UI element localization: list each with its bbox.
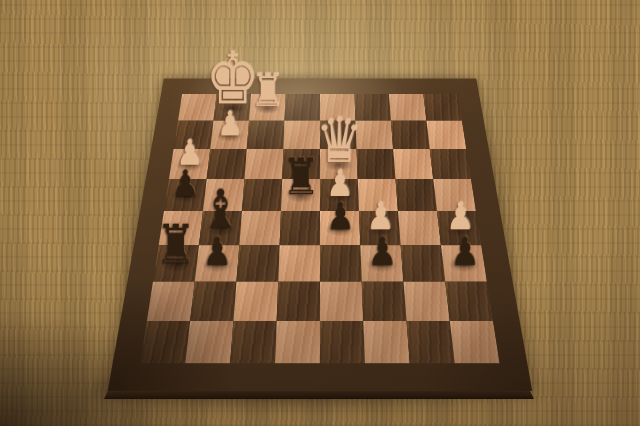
square-e1[interactable] [320,321,365,363]
square-d1[interactable] [275,321,320,363]
square-d7[interactable] [283,121,320,149]
square-h6[interactable] [430,149,471,179]
square-c6[interactable] [244,149,283,179]
square-e2[interactable] [320,282,363,321]
black-pawn[interactable]: ♟ [450,234,480,270]
black-rook[interactable]: ♜ [282,154,320,200]
square-g5[interactable] [396,179,437,211]
square-e3[interactable] [320,245,362,282]
square-b6[interactable] [207,149,247,179]
black-pawn[interactable]: ♟ [171,167,199,201]
square-c3[interactable] [236,245,279,282]
black-rook-cell: ♜ [281,179,320,211]
black-pawn[interactable]: ♟ [367,234,397,270]
square-b2[interactable] [190,282,236,321]
square-g2[interactable] [404,282,450,321]
square-f2[interactable] [362,282,407,321]
square-f1[interactable] [363,321,410,363]
square-a2[interactable] [147,282,195,321]
square-d8[interactable] [285,94,320,121]
square-b1[interactable] [185,321,233,363]
square-c5[interactable] [242,179,282,211]
square-h8[interactable] [423,94,462,121]
square-g3[interactable] [401,245,446,282]
white-pawn[interactable]: ♟ [216,108,242,140]
square-c1[interactable] [230,321,277,363]
scene: ♚♜♟♛♟♟♟♟♜♟♝♟♜♟♟♟ [0,0,640,426]
square-g4[interactable] [398,211,441,245]
black-pawn[interactable]: ♟ [326,200,355,235]
board-grid: ♚♜♟♛♟♟♟♟♜♟♝♟♜♟♟♟ [140,94,499,363]
white-queen[interactable]: ♛ [315,112,362,169]
square-g1[interactable] [407,321,455,363]
square-g8[interactable] [389,94,427,121]
square-h2[interactable] [445,282,493,321]
chess-board: ♚♜♟♛♟♟♟♟♜♟♝♟♜♟♟♟ [108,79,533,392]
square-c2[interactable] [233,282,278,321]
black-bishop[interactable]: ♝ [200,185,240,234]
square-g6[interactable] [393,149,433,179]
square-c4[interactable] [239,211,281,245]
black-rook[interactable]: ♜ [155,221,196,271]
black-rook-cell: ♜ [153,245,199,282]
square-d2[interactable] [277,282,320,321]
square-a1[interactable] [140,321,190,363]
black-pawn-cell: ♟ [360,245,403,282]
square-h7[interactable] [426,121,466,149]
square-h1[interactable] [450,321,500,363]
black-pawn[interactable]: ♟ [202,234,232,270]
square-c7[interactable] [247,121,285,149]
square-d4[interactable] [280,211,320,245]
white-rook[interactable]: ♜ [250,70,285,112]
square-d3[interactable] [278,245,320,282]
square-g7[interactable] [391,121,430,149]
